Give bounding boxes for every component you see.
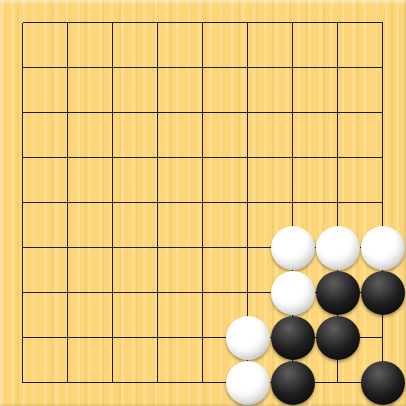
intersection-C4[interactable] (90, 225, 135, 270)
intersection-B6[interactable] (45, 135, 90, 180)
intersection-C6[interactable] (90, 135, 135, 180)
intersection-B5[interactable] (45, 180, 90, 225)
intersection-A5[interactable] (0, 180, 45, 225)
intersection-F1[interactable] (225, 360, 270, 405)
intersection-A1[interactable] (0, 360, 45, 405)
intersection-J9[interactable] (360, 0, 405, 45)
intersection-G7[interactable] (270, 90, 315, 135)
intersection-D7[interactable] (135, 90, 180, 135)
intersection-D5[interactable] (135, 180, 180, 225)
intersection-G4[interactable] (270, 225, 315, 270)
intersection-F9[interactable] (225, 0, 270, 45)
intersection-A8[interactable] (0, 45, 45, 90)
intersection-A3[interactable] (0, 270, 45, 315)
intersection-E1[interactable] (180, 360, 225, 405)
board-grid (0, 0, 405, 405)
intersection-A4[interactable] (0, 225, 45, 270)
intersection-C8[interactable] (90, 45, 135, 90)
intersection-G8[interactable] (270, 45, 315, 90)
intersection-F7[interactable] (225, 90, 270, 135)
intersection-G5[interactable] (270, 180, 315, 225)
black-stone[interactable] (361, 361, 405, 405)
intersection-C9[interactable] (90, 0, 135, 45)
intersection-H7[interactable] (315, 90, 360, 135)
intersection-B1[interactable] (45, 360, 90, 405)
intersection-C1[interactable] (90, 360, 135, 405)
white-stone[interactable] (226, 361, 270, 405)
intersection-D2[interactable] (135, 315, 180, 360)
intersection-H8[interactable] (315, 45, 360, 90)
intersection-F5[interactable] (225, 180, 270, 225)
intersection-B2[interactable] (45, 315, 90, 360)
white-stone[interactable] (226, 316, 270, 360)
intersection-H2[interactable] (315, 315, 360, 360)
intersection-A6[interactable] (0, 135, 45, 180)
intersection-B7[interactable] (45, 90, 90, 135)
intersection-H6[interactable] (315, 135, 360, 180)
intersection-E9[interactable] (180, 0, 225, 45)
white-stone[interactable] (316, 226, 360, 270)
black-stone[interactable] (361, 271, 405, 315)
intersection-E5[interactable] (180, 180, 225, 225)
go-board (0, 0, 406, 406)
intersection-D8[interactable] (135, 45, 180, 90)
intersection-H5[interactable] (315, 180, 360, 225)
intersection-E8[interactable] (180, 45, 225, 90)
intersection-G9[interactable] (270, 0, 315, 45)
intersection-D1[interactable] (135, 360, 180, 405)
intersection-D4[interactable] (135, 225, 180, 270)
white-stone[interactable] (271, 271, 315, 315)
intersection-B9[interactable] (45, 0, 90, 45)
go-app-screen (0, 0, 406, 406)
black-stone[interactable] (316, 271, 360, 315)
intersection-C7[interactable] (90, 90, 135, 135)
black-stone[interactable] (316, 316, 360, 360)
intersection-F8[interactable] (225, 45, 270, 90)
intersection-F3[interactable] (225, 270, 270, 315)
intersection-D3[interactable] (135, 270, 180, 315)
intersection-E7[interactable] (180, 90, 225, 135)
intersection-B8[interactable] (45, 45, 90, 90)
intersection-H3[interactable] (315, 270, 360, 315)
intersection-J4[interactable] (360, 225, 405, 270)
intersection-H4[interactable] (315, 225, 360, 270)
intersection-C5[interactable] (90, 180, 135, 225)
intersection-G2[interactable] (270, 315, 315, 360)
intersection-J2[interactable] (360, 315, 405, 360)
intersection-H9[interactable] (315, 0, 360, 45)
intersection-A9[interactable] (0, 0, 45, 45)
intersection-J8[interactable] (360, 45, 405, 90)
intersection-J7[interactable] (360, 90, 405, 135)
intersection-D9[interactable] (135, 0, 180, 45)
intersection-G3[interactable] (270, 270, 315, 315)
intersection-J6[interactable] (360, 135, 405, 180)
intersection-G1[interactable] (270, 360, 315, 405)
intersection-B4[interactable] (45, 225, 90, 270)
intersection-J1[interactable] (360, 360, 405, 405)
intersection-A2[interactable] (0, 315, 45, 360)
intersection-A7[interactable] (0, 90, 45, 135)
intersection-C3[interactable] (90, 270, 135, 315)
intersection-E4[interactable] (180, 225, 225, 270)
intersection-F4[interactable] (225, 225, 270, 270)
intersection-H1[interactable] (315, 360, 360, 405)
intersection-E6[interactable] (180, 135, 225, 180)
intersection-E3[interactable] (180, 270, 225, 315)
intersection-E2[interactable] (180, 315, 225, 360)
intersection-F6[interactable] (225, 135, 270, 180)
intersection-J5[interactable] (360, 180, 405, 225)
intersection-G6[interactable] (270, 135, 315, 180)
black-stone[interactable] (271, 316, 315, 360)
intersection-F2[interactable] (225, 315, 270, 360)
intersection-D6[interactable] (135, 135, 180, 180)
white-stone[interactable] (361, 226, 405, 270)
intersection-J3[interactable] (360, 270, 405, 315)
black-stone[interactable] (271, 361, 315, 405)
intersection-B3[interactable] (45, 270, 90, 315)
intersection-C2[interactable] (90, 315, 135, 360)
white-stone[interactable] (271, 226, 315, 270)
